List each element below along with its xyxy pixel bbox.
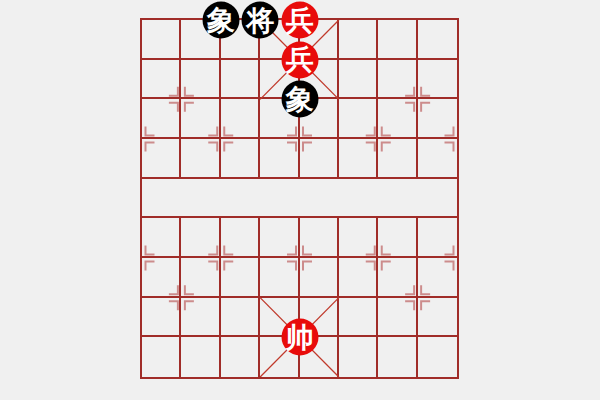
page-background: 象将兵兵象帅 [0,0,600,400]
board-cell[interactable] [181,298,220,338]
board-cell[interactable] [142,20,181,60]
board-cell[interactable] [378,139,417,179]
board-cell[interactable] [418,337,457,377]
board-cell[interactable] [142,60,181,100]
board-cell[interactable] [221,139,260,179]
board-cell[interactable] [181,337,220,377]
board-cell[interactable] [418,60,457,100]
river-cell[interactable] [181,179,220,219]
board-cell[interactable] [378,218,417,258]
board-cell[interactable] [339,298,378,338]
board-cell[interactable] [378,337,417,377]
river-cell[interactable] [260,179,299,219]
river-cell[interactable] [339,179,378,219]
board-cell[interactable] [418,139,457,179]
board-cell[interactable] [221,60,260,100]
board-cell[interactable] [181,139,220,179]
board-cell[interactable] [378,20,417,60]
board-cell[interactable] [418,258,457,298]
board-cell[interactable] [339,337,378,377]
board-cell[interactable] [339,139,378,179]
board-cell[interactable] [181,60,220,100]
board-cell[interactable] [418,218,457,258]
board-cell[interactable] [339,258,378,298]
board-cell[interactable] [221,218,260,258]
xiangqi-board: 象将兵兵象帅 [140,18,459,379]
board-cell[interactable] [260,218,299,258]
board-cell[interactable] [300,258,339,298]
board-cell[interactable] [418,20,457,60]
board-cell[interactable] [378,298,417,338]
river-cell[interactable] [418,179,457,219]
board-cell[interactable] [378,258,417,298]
piece-red-soldier[interactable]: 兵 [281,2,318,39]
board-cell[interactable] [142,99,181,139]
piece-red-general[interactable]: 帅 [281,319,318,356]
board-cell[interactable] [221,99,260,139]
board-cell[interactable] [142,139,181,179]
board-cell[interactable] [300,218,339,258]
board-cell[interactable] [339,218,378,258]
board-cell[interactable] [142,258,181,298]
board-cell[interactable] [142,218,181,258]
board-cell[interactable] [418,298,457,338]
river-cell[interactable] [300,179,339,219]
board-cell[interactable] [221,298,260,338]
board-cell[interactable] [378,60,417,100]
board-cell[interactable] [378,99,417,139]
board-cell[interactable] [142,337,181,377]
river-cell[interactable] [221,179,260,219]
river-cell[interactable] [378,179,417,219]
piece-red-soldier[interactable]: 兵 [281,41,318,78]
board-cell[interactable] [221,258,260,298]
board-cell[interactable] [181,99,220,139]
piece-black-general[interactable]: 将 [242,2,279,39]
board-cell[interactable] [300,139,339,179]
board-cell[interactable] [142,298,181,338]
board-cell[interactable] [339,99,378,139]
piece-black-elephant[interactable]: 象 [281,81,318,118]
board-cell[interactable] [339,20,378,60]
piece-black-elephant[interactable]: 象 [202,2,239,39]
board-cell[interactable] [260,258,299,298]
board-cell[interactable] [181,258,220,298]
board-cell[interactable] [418,99,457,139]
river-cell[interactable] [142,179,181,219]
board-cell[interactable] [339,60,378,100]
board-cell[interactable] [221,337,260,377]
board-cell[interactable] [181,218,220,258]
board-cell[interactable] [260,139,299,179]
